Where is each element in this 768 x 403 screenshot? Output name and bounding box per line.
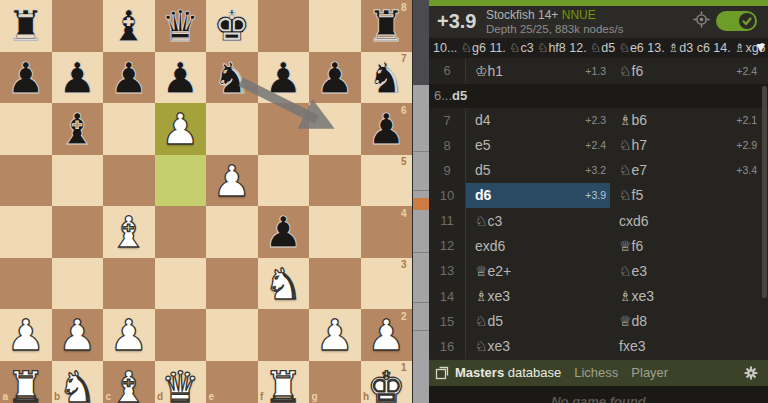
- move-number: 11: [429, 208, 466, 233]
- piece-white-r-f1[interactable]: ♜: [258, 361, 310, 403]
- move-row-7: 7d4+2.3♗b6+2.1: [429, 108, 768, 133]
- move-eval: +2.4: [585, 139, 606, 151]
- square-b5[interactable]: [52, 155, 104, 207]
- white-move[interactable]: ♘c3: [466, 208, 610, 233]
- principal-variation[interactable]: 10... ♘g6 11. ♘c3 ♘hf8 12. ♘d5 ♘e6 13. ♗…: [429, 40, 768, 55]
- move-san: ♘f6: [619, 63, 643, 79]
- black-move[interactable]: ♘h7+2.9: [610, 133, 768, 158]
- move-san: ♘e3: [619, 263, 647, 279]
- move-eval: +3.4: [736, 164, 757, 176]
- piece-black-r-a8[interactable]: ♜: [0, 0, 52, 52]
- move-number: 13: [429, 258, 466, 283]
- eval-gauge-black-portion: [413, 0, 429, 85]
- move-row-16: 16♘xe3fxe3: [429, 334, 768, 359]
- move-number: 12: [429, 233, 466, 258]
- move-san: d4: [475, 112, 491, 128]
- square-e4[interactable]: [206, 206, 258, 258]
- piece-black-p-h6[interactable]: ♟: [361, 103, 413, 155]
- move-san: ♘f5: [619, 187, 643, 203]
- square-f5[interactable]: [258, 155, 310, 207]
- piece-black-n-e7[interactable]: ♞: [206, 52, 258, 104]
- piece-black-b-c8[interactable]: ♝: [103, 0, 155, 52]
- piece-black-p-b7[interactable]: ♟: [52, 52, 104, 104]
- piece-white-b-c4[interactable]: ♝: [103, 206, 155, 258]
- piece-white-p-h2[interactable]: ♟: [361, 309, 413, 361]
- no-game-found-message: No game found: [429, 394, 768, 403]
- black-move[interactable]: ♗b6+2.1: [610, 108, 768, 133]
- gauge-mid-tick: [413, 198, 429, 210]
- engine-depth: Depth 25/25, 883k nodes/s: [486, 22, 623, 36]
- square-d4[interactable]: [155, 206, 207, 258]
- piece-black-p-f4[interactable]: ♟: [258, 206, 310, 258]
- tab-lichess[interactable]: Lichess: [574, 365, 618, 380]
- white-move[interactable]: d6+3.9: [466, 183, 610, 208]
- move-row-11: 11♘c3cxd6: [429, 208, 768, 233]
- gear-icon[interactable]: [743, 365, 759, 381]
- piece-white-q-d1[interactable]: ♛: [155, 361, 207, 403]
- square-e6[interactable]: [206, 103, 258, 155]
- target-icon[interactable]: [693, 11, 710, 28]
- gauge-tick: [413, 330, 429, 331]
- move-san: ♗b6: [619, 112, 647, 128]
- gauge-tick: [413, 190, 429, 191]
- book-icon: [435, 366, 449, 380]
- move-number: 16: [429, 334, 466, 359]
- move-eval: +2.4: [736, 65, 757, 77]
- rank-label-5: 5: [401, 156, 407, 167]
- square-d5[interactable]: [155, 155, 207, 207]
- move-eval: +2.9: [736, 139, 757, 151]
- piece-white-p-b2[interactable]: ♟: [52, 309, 104, 361]
- move-row-13: 13♕e2+♘e3: [429, 258, 768, 283]
- move-san: ♕d8: [619, 313, 647, 329]
- move-number: 8: [429, 133, 466, 158]
- square-c3[interactable]: [103, 258, 155, 310]
- piece-black-n-h7[interactable]: ♞: [361, 52, 413, 104]
- piece-white-p-g2[interactable]: ♟: [309, 309, 361, 361]
- square-f2[interactable]: [258, 309, 310, 361]
- rank-label-3: 3: [401, 259, 407, 270]
- engine-toggle[interactable]: [716, 11, 757, 31]
- move-number: 6: [429, 58, 466, 84]
- tab-player[interactable]: Player: [631, 365, 668, 380]
- black-move[interactable]: ♕f6: [610, 233, 768, 258]
- move-san: fxe3: [619, 338, 645, 354]
- analysis-panel: +3.9 Stockfish 14+ NNUE Depth 25/25, 883…: [429, 0, 768, 403]
- square-c6[interactable]: [103, 103, 155, 155]
- move-eval: +2.3: [585, 114, 606, 126]
- interrupt-move[interactable]: d5: [452, 88, 467, 103]
- piece-white-n-f3[interactable]: ♞: [258, 258, 310, 310]
- square-e2[interactable]: [206, 309, 258, 361]
- eval-gauge: [412, 0, 429, 403]
- square-g3[interactable]: [309, 258, 361, 310]
- move-san: exd6: [475, 238, 505, 254]
- database-label: database: [504, 365, 561, 380]
- gauge-tick: [413, 252, 429, 253]
- white-move[interactable]: ♗xe3: [466, 283, 610, 308]
- square-a6[interactable]: [0, 103, 52, 155]
- black-move[interactable]: cxd6: [610, 208, 768, 233]
- square-a4[interactable]: [0, 206, 52, 258]
- piece-white-n-b1[interactable]: ♞: [52, 361, 104, 403]
- square-b8[interactable]: [52, 0, 104, 52]
- piece-black-p-d7[interactable]: ♟: [155, 52, 207, 104]
- move-san: cxd6: [619, 213, 649, 229]
- move-eval: +3.2: [585, 164, 606, 176]
- move-san: ♘d5: [475, 313, 503, 329]
- black-move[interactable]: ♘f5: [610, 183, 768, 208]
- square-e3[interactable]: [206, 258, 258, 310]
- engine-toggle-knob: [739, 13, 755, 29]
- black-move[interactable]: ♘f6+2.4: [610, 58, 768, 84]
- black-move[interactable]: ♕d8: [610, 309, 768, 334]
- tab-masters-database[interactable]: Masters database: [455, 365, 561, 380]
- move-san: ♔h1: [475, 63, 503, 79]
- move-san: d6: [475, 187, 491, 203]
- opening-explorer-bar: Masters database Lichess Player: [429, 360, 768, 386]
- white-move[interactable]: d5+3.2: [466, 158, 610, 183]
- move-san: d5: [475, 162, 491, 178]
- piece-black-p-c7[interactable]: ♟: [103, 52, 155, 104]
- engine-header: +3.9 Stockfish 14+ NNUE Depth 25/25, 883…: [429, 6, 768, 38]
- expand-pv-icon[interactable]: ▼: [757, 41, 765, 54]
- move-number: 15: [429, 309, 466, 334]
- move-san: ♘xe3: [475, 338, 510, 354]
- square-g8[interactable]: [309, 0, 361, 52]
- move-san: ♕f6: [619, 238, 643, 254]
- gauge-tick: [413, 302, 429, 303]
- engine-nnue-badge: NNUE: [562, 8, 596, 22]
- move-san: ♘c3: [475, 213, 502, 229]
- piece-white-p-e5[interactable]: ♟: [206, 155, 258, 207]
- move-row-8: 8e5+2.4♘h7+2.9: [429, 133, 768, 158]
- square-g6[interactable]: [309, 103, 361, 155]
- chess-board[interactable]: 87654321abcdefgh♜♝♛♚♜♟♟♟♟♞♟♟♞♝♟♟♟♝♟♞♟♟♟♟…: [0, 0, 412, 403]
- rank-label-4: 4: [401, 208, 407, 219]
- move-list[interactable]: 6♔h1+1.3♘f6+2.46...d57d4+2.3♗b6+2.18e5+2…: [429, 58, 768, 360]
- piece-white-p-d6[interactable]: ♟: [155, 103, 207, 155]
- square-f6[interactable]: [258, 103, 310, 155]
- square-f8[interactable]: [258, 0, 310, 52]
- move-number: 7: [429, 108, 466, 133]
- move-row-10: 10d6+3.9♘f5: [429, 183, 768, 208]
- square-g4[interactable]: [309, 206, 361, 258]
- gauge-tick: [413, 151, 429, 152]
- piece-black-p-g7[interactable]: ♟: [309, 52, 361, 104]
- masters-label: Masters: [455, 365, 504, 380]
- white-move[interactable]: ♕e2+: [466, 258, 610, 283]
- square-d3[interactable]: [155, 258, 207, 310]
- engine-name: Stockfish 14+: [486, 8, 558, 22]
- move-number: 9: [429, 158, 466, 183]
- move-eval: +2.1: [736, 114, 757, 126]
- black-move[interactable]: ♘e3: [610, 258, 768, 283]
- square-d2[interactable]: [155, 309, 207, 361]
- move-row-6: 6♔h1+1.3♘f6+2.4: [429, 58, 768, 84]
- square-g5[interactable]: [309, 155, 361, 207]
- white-move[interactable]: e5+2.4: [466, 133, 610, 158]
- move-san: ♕e2+: [475, 263, 511, 279]
- move-eval: +1.3: [585, 65, 606, 77]
- move-san: ♗xe3: [475, 288, 510, 304]
- check-icon: [741, 15, 753, 27]
- square-b3[interactable]: [52, 258, 104, 310]
- white-move[interactable]: exd6: [466, 233, 610, 258]
- square-b4[interactable]: [52, 206, 104, 258]
- piece-white-r-a1[interactable]: ♜: [0, 361, 52, 403]
- piece-black-q-d8[interactable]: ♛: [155, 0, 207, 52]
- move-san: ♘e7: [619, 162, 647, 178]
- black-move[interactable]: ♘e7+3.4: [610, 158, 768, 183]
- move-row-14: 14♗xe3♗xe3: [429, 283, 768, 308]
- piece-white-b-c1[interactable]: ♝: [103, 361, 155, 403]
- piece-black-p-f7[interactable]: ♟: [258, 52, 310, 104]
- square-a5[interactable]: [0, 155, 52, 207]
- piece-white-p-c2[interactable]: ♟: [103, 309, 155, 361]
- move-row-9: 9d5+3.2♘e7+3.4: [429, 158, 768, 183]
- piece-white-p-a2[interactable]: ♟: [0, 309, 52, 361]
- square-a3[interactable]: [0, 258, 52, 310]
- white-move[interactable]: ♘xe3: [466, 334, 610, 359]
- black-move[interactable]: fxe3: [610, 334, 768, 359]
- move-number: 14: [429, 283, 466, 308]
- file-label-e: e: [209, 391, 215, 402]
- move-san: ♘h7: [619, 137, 647, 153]
- piece-black-p-a7[interactable]: ♟: [0, 52, 52, 104]
- variation-interrupt[interactable]: 6...d5: [429, 84, 768, 108]
- piece-black-b-b6[interactable]: ♝: [52, 103, 104, 155]
- black-move[interactable]: ♗xe3: [610, 283, 768, 308]
- white-move[interactable]: ♔h1+1.3: [466, 58, 610, 84]
- move-san: ♗xe3: [619, 288, 654, 304]
- white-move[interactable]: ♘d5: [466, 309, 610, 334]
- piece-black-r-h8[interactable]: ♜: [361, 0, 413, 52]
- move-row-15: 15♘d5♕d8: [429, 309, 768, 334]
- move-eval: +3.9: [585, 189, 606, 201]
- principal-variation-bar[interactable]: 10... ♘g6 11. ♘c3 ♘hf8 12. ♘d5 ♘e6 13. ♗…: [429, 38, 768, 58]
- engine-eval: +3.9: [437, 10, 476, 33]
- piece-white-k-h1[interactable]: ♚: [361, 361, 413, 403]
- piece-black-k-e8[interactable]: ♚: [206, 0, 258, 52]
- move-number: 10: [429, 183, 466, 208]
- interrupt-move-number: 6...: [434, 88, 452, 103]
- lichess-analysis-screen: 87654321abcdefgh♜♝♛♚♜♟♟♟♟♞♟♟♞♝♟♟♟♝♟♞♟♟♟♟…: [0, 0, 768, 403]
- engine-info: Stockfish 14+ NNUE Depth 25/25, 883k nod…: [486, 8, 623, 36]
- white-move[interactable]: d4+2.3: [466, 108, 610, 133]
- square-c5[interactable]: [103, 155, 155, 207]
- file-label-g: g: [312, 391, 318, 402]
- explorer-result: No game found: [429, 386, 768, 403]
- move-row-12: 12exd6♕f6: [429, 233, 768, 258]
- move-san: e5: [475, 137, 491, 153]
